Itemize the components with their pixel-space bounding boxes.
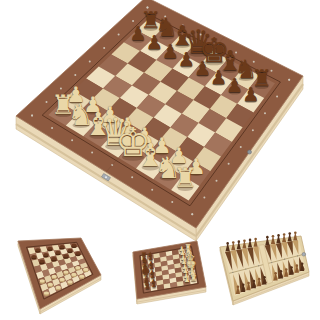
hinge-knob <box>248 150 252 154</box>
checkers-thumb-board <box>18 238 101 314</box>
main-chess-board <box>16 0 303 241</box>
chess-thumb-board <box>133 241 206 304</box>
case-latch <box>302 253 306 257</box>
boards-scene <box>0 0 320 320</box>
product-photo-canvas: ♜♞♝♛♚♝♞♜♟♟♟♟♟♟♟♟♟♟♟♟♟♟♟♟♜♞♝♛♚♝♞♜♜♞♝♛♚♝♞♜… <box>0 0 320 320</box>
backgammon-board <box>220 231 309 305</box>
